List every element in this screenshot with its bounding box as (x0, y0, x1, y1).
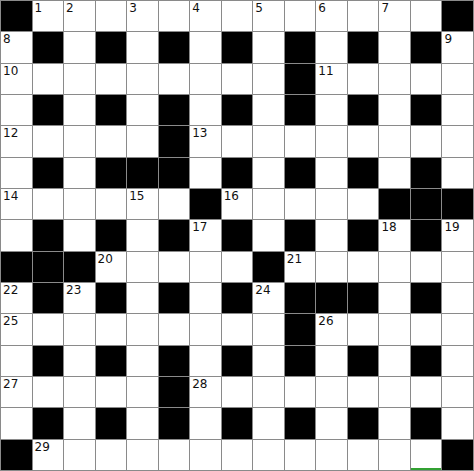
white-cell[interactable]: 20 (96, 252, 127, 282)
white-cell[interactable] (33, 314, 64, 344)
black-cell (159, 346, 190, 376)
white-cell[interactable]: 16 (222, 189, 253, 219)
black-cell (285, 314, 316, 344)
black-cell (285, 64, 316, 94)
clue-number: 13 (192, 127, 207, 140)
white-cell[interactable] (64, 95, 95, 125)
white-cell[interactable] (442, 126, 473, 156)
white-cell[interactable] (316, 252, 347, 282)
black-cell (222, 158, 253, 188)
white-cell[interactable] (379, 126, 410, 156)
white-cell[interactable] (222, 314, 253, 344)
black-cell (96, 32, 127, 62)
black-cell (285, 220, 316, 250)
white-cell[interactable] (316, 346, 347, 376)
white-cell[interactable] (348, 377, 379, 407)
white-cell[interactable] (316, 440, 347, 470)
black-cell (316, 283, 347, 313)
white-cell[interactable] (348, 1, 379, 31)
white-cell[interactable]: 22 (1, 283, 32, 313)
white-cell[interactable] (64, 126, 95, 156)
white-cell[interactable] (127, 377, 158, 407)
white-cell[interactable] (127, 220, 158, 250)
black-cell (127, 158, 158, 188)
clue-number: 6 (318, 2, 326, 15)
white-cell[interactable] (442, 346, 473, 376)
white-cell[interactable] (64, 408, 95, 438)
black-cell (285, 408, 316, 438)
white-cell[interactable] (64, 346, 95, 376)
white-cell[interactable] (442, 252, 473, 282)
black-cell (285, 95, 316, 125)
white-cell[interactable]: 8 (1, 32, 32, 62)
white-cell[interactable] (64, 314, 95, 344)
white-cell[interactable] (96, 377, 127, 407)
white-cell[interactable] (127, 95, 158, 125)
white-cell[interactable] (253, 220, 284, 250)
black-cell (348, 346, 379, 376)
clue-number: 20 (98, 253, 113, 266)
white-cell[interactable] (285, 189, 316, 219)
black-cell (348, 95, 379, 125)
white-cell[interactable] (159, 1, 190, 31)
white-cell[interactable] (127, 440, 158, 470)
white-cell[interactable] (285, 440, 316, 470)
white-cell[interactable] (411, 126, 442, 156)
black-cell (33, 283, 64, 313)
white-cell[interactable] (379, 158, 410, 188)
black-cell (96, 283, 127, 313)
white-cell[interactable] (316, 189, 347, 219)
black-cell (285, 283, 316, 313)
black-cell (190, 189, 221, 219)
white-cell[interactable] (379, 64, 410, 94)
clue-number: 3 (129, 2, 137, 15)
clue-number: 18 (381, 221, 396, 234)
white-cell[interactable] (222, 1, 253, 31)
white-cell[interactable] (442, 95, 473, 125)
black-cell (159, 158, 190, 188)
white-cell[interactable]: 3 (127, 1, 158, 31)
white-cell[interactable] (127, 32, 158, 62)
black-cell (348, 408, 379, 438)
black-cell (159, 408, 190, 438)
white-cell[interactable] (411, 314, 442, 344)
white-cell[interactable] (253, 32, 284, 62)
white-cell[interactable]: 26 (316, 314, 347, 344)
white-cell[interactable] (96, 189, 127, 219)
black-cell (159, 283, 190, 313)
black-cell (442, 1, 473, 31)
white-cell[interactable] (411, 1, 442, 31)
clue-number: 7 (381, 2, 389, 15)
white-cell[interactable] (222, 377, 253, 407)
white-cell[interactable]: 4 (190, 1, 221, 31)
crossword-grid: 1234567891011121314151617181920212223242… (0, 0, 474, 471)
white-cell[interactable] (411, 377, 442, 407)
black-cell (159, 32, 190, 62)
white-cell[interactable] (33, 189, 64, 219)
white-cell[interactable] (348, 252, 379, 282)
white-cell[interactable] (379, 32, 410, 62)
clue-number: 19 (444, 221, 459, 234)
white-cell[interactable] (1, 346, 32, 376)
black-cell (64, 252, 95, 282)
white-cell[interactable] (442, 314, 473, 344)
white-cell[interactable] (127, 314, 158, 344)
white-cell[interactable] (33, 64, 64, 94)
white-cell[interactable] (1, 95, 32, 125)
white-cell[interactable] (159, 314, 190, 344)
white-cell[interactable] (1, 158, 32, 188)
black-cell (33, 252, 64, 282)
black-cell (96, 346, 127, 376)
white-cell[interactable] (379, 408, 410, 438)
white-cell[interactable]: 17 (190, 220, 221, 250)
white-cell[interactable]: 14 (1, 189, 32, 219)
black-cell (33, 220, 64, 250)
white-cell[interactable] (190, 64, 221, 94)
white-cell[interactable] (33, 126, 64, 156)
white-cell[interactable] (64, 64, 95, 94)
black-cell (33, 346, 64, 376)
white-cell[interactable] (64, 32, 95, 62)
white-cell[interactable]: 23 (64, 283, 95, 313)
black-cell (222, 95, 253, 125)
white-cell[interactable] (316, 126, 347, 156)
clue-number: 25 (3, 315, 18, 328)
white-cell[interactable] (316, 158, 347, 188)
white-cell[interactable] (442, 158, 473, 188)
white-cell[interactable] (379, 95, 410, 125)
white-cell[interactable] (159, 189, 190, 219)
white-cell[interactable] (96, 64, 127, 94)
black-cell (411, 95, 442, 125)
white-cell[interactable] (190, 283, 221, 313)
clue-number: 26 (318, 315, 333, 328)
white-cell[interactable] (253, 158, 284, 188)
white-cell[interactable] (96, 1, 127, 31)
white-cell[interactable] (253, 314, 284, 344)
clue-number: 28 (192, 378, 207, 391)
clue-number: 15 (129, 190, 144, 203)
black-cell (159, 95, 190, 125)
clue-number: 8 (3, 33, 11, 46)
white-cell[interactable] (1, 220, 32, 250)
black-cell (411, 158, 442, 188)
white-cell[interactable]: 1 (33, 1, 64, 31)
white-cell[interactable] (190, 158, 221, 188)
black-cell (411, 283, 442, 313)
clue-number: 27 (3, 378, 18, 391)
white-cell[interactable]: 27 (1, 377, 32, 407)
white-cell[interactable]: 29 (33, 440, 64, 470)
black-cell (159, 220, 190, 250)
black-cell (379, 189, 410, 219)
white-cell[interactable] (222, 126, 253, 156)
black-cell (159, 126, 190, 156)
white-cell[interactable] (222, 64, 253, 94)
white-cell[interactable] (159, 64, 190, 94)
white-cell[interactable] (190, 314, 221, 344)
black-cell (96, 158, 127, 188)
white-cell[interactable] (379, 346, 410, 376)
black-cell (348, 283, 379, 313)
white-cell[interactable]: 2 (64, 1, 95, 31)
black-cell (285, 32, 316, 62)
clue-number: 11 (318, 65, 333, 78)
white-cell[interactable]: 11 (316, 64, 347, 94)
black-cell (96, 95, 127, 125)
clue-number: 22 (3, 284, 18, 297)
white-cell[interactable] (64, 158, 95, 188)
clue-number: 14 (3, 190, 18, 203)
white-cell[interactable] (348, 64, 379, 94)
white-cell[interactable] (316, 408, 347, 438)
white-cell[interactable] (348, 314, 379, 344)
black-cell (253, 252, 284, 282)
white-cell[interactable] (253, 126, 284, 156)
clue-number: 9 (444, 33, 452, 46)
clue-number: 4 (192, 2, 200, 15)
clue-number: 23 (66, 284, 81, 297)
white-cell[interactable] (253, 64, 284, 94)
white-cell[interactable] (379, 440, 410, 470)
clue-number: 12 (3, 127, 18, 140)
white-cell[interactable] (64, 440, 95, 470)
white-cell[interactable] (316, 220, 347, 250)
white-cell[interactable] (127, 346, 158, 376)
black-cell (285, 346, 316, 376)
white-cell[interactable] (159, 252, 190, 282)
white-cell[interactable] (222, 252, 253, 282)
clue-number: 16 (224, 190, 239, 203)
white-cell[interactable] (127, 408, 158, 438)
white-cell[interactable] (285, 126, 316, 156)
black-cell (1, 252, 32, 282)
white-cell[interactable] (442, 64, 473, 94)
white-cell[interactable] (411, 64, 442, 94)
black-cell (348, 158, 379, 188)
black-cell (411, 32, 442, 62)
white-cell[interactable] (379, 252, 410, 282)
black-cell (285, 158, 316, 188)
black-cell (411, 220, 442, 250)
black-cell (96, 220, 127, 250)
white-cell[interactable] (127, 283, 158, 313)
black-cell (33, 95, 64, 125)
white-cell[interactable] (190, 252, 221, 282)
white-cell[interactable] (411, 440, 442, 470)
white-cell[interactable] (316, 377, 347, 407)
white-cell[interactable] (1, 408, 32, 438)
green-highlight-strip (411, 468, 442, 470)
clue-number: 2 (66, 2, 74, 15)
black-cell (222, 283, 253, 313)
black-cell (411, 408, 442, 438)
black-cell (348, 220, 379, 250)
black-cell (33, 32, 64, 62)
black-cell (222, 32, 253, 62)
white-cell[interactable] (253, 189, 284, 219)
white-cell[interactable]: 12 (1, 126, 32, 156)
white-cell[interactable] (222, 440, 253, 470)
black-cell (33, 158, 64, 188)
white-cell[interactable] (253, 440, 284, 470)
black-cell (442, 189, 473, 219)
white-cell[interactable] (348, 189, 379, 219)
white-cell[interactable]: 25 (1, 314, 32, 344)
clue-number: 17 (192, 221, 207, 234)
white-cell[interactable]: 28 (190, 377, 221, 407)
white-cell[interactable] (64, 189, 95, 219)
black-cell (442, 440, 473, 470)
white-cell[interactable]: 10 (1, 64, 32, 94)
black-cell (222, 408, 253, 438)
black-cell (348, 32, 379, 62)
white-cell[interactable] (442, 377, 473, 407)
white-cell[interactable] (253, 408, 284, 438)
white-cell[interactable]: 6 (316, 1, 347, 31)
white-cell[interactable] (64, 220, 95, 250)
white-cell[interactable] (411, 252, 442, 282)
black-cell (159, 377, 190, 407)
white-cell[interactable] (96, 126, 127, 156)
white-cell[interactable] (159, 440, 190, 470)
white-cell[interactable] (190, 95, 221, 125)
white-cell[interactable] (442, 408, 473, 438)
clue-number: 24 (255, 284, 270, 297)
white-cell[interactable] (96, 314, 127, 344)
white-cell[interactable]: 15 (127, 189, 158, 219)
white-cell[interactable] (96, 440, 127, 470)
white-cell[interactable] (127, 64, 158, 94)
white-cell[interactable]: 19 (442, 220, 473, 250)
white-cell[interactable] (379, 377, 410, 407)
white-cell[interactable] (190, 440, 221, 470)
white-cell[interactable] (285, 1, 316, 31)
black-cell (1, 1, 32, 31)
clue-number: 5 (255, 2, 263, 15)
black-cell (222, 346, 253, 376)
white-cell[interactable] (285, 377, 316, 407)
black-cell (1, 440, 32, 470)
white-cell[interactable] (316, 32, 347, 62)
white-cell[interactable]: 9 (442, 32, 473, 62)
white-cell[interactable]: 7 (379, 1, 410, 31)
black-cell (411, 346, 442, 376)
white-cell[interactable] (127, 252, 158, 282)
black-cell (222, 220, 253, 250)
white-cell[interactable]: 13 (190, 126, 221, 156)
white-cell[interactable] (316, 95, 347, 125)
white-cell[interactable]: 24 (253, 283, 284, 313)
white-cell[interactable] (253, 377, 284, 407)
white-cell[interactable] (33, 377, 64, 407)
white-cell[interactable] (348, 440, 379, 470)
white-cell[interactable]: 21 (285, 252, 316, 282)
white-cell[interactable] (379, 314, 410, 344)
clue-number: 29 (35, 441, 50, 454)
white-cell[interactable]: 5 (253, 1, 284, 31)
white-cell[interactable] (190, 32, 221, 62)
white-cell[interactable] (442, 283, 473, 313)
white-cell[interactable] (190, 408, 221, 438)
black-cell (96, 408, 127, 438)
clue-number: 21 (287, 253, 302, 266)
white-cell[interactable] (348, 126, 379, 156)
white-cell[interactable] (190, 346, 221, 376)
white-cell[interactable] (64, 377, 95, 407)
white-cell[interactable]: 18 (379, 220, 410, 250)
white-cell[interactable] (253, 346, 284, 376)
black-cell (411, 189, 442, 219)
white-cell[interactable] (253, 95, 284, 125)
white-cell[interactable] (127, 126, 158, 156)
clue-number: 1 (35, 2, 43, 15)
clue-number: 10 (3, 65, 18, 78)
white-cell[interactable] (379, 283, 410, 313)
black-cell (33, 408, 64, 438)
